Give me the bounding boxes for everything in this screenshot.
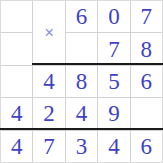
digit-cell-r4c1: 4 <box>1 98 32 129</box>
empty-cell-r1c1 <box>1 1 32 32</box>
multiplication-worksheet: ×607784856424947346 <box>0 0 163 163</box>
digit-cell-r1c3: 6 <box>66 1 97 32</box>
digit-cell-r2c4: 7 <box>98 33 129 64</box>
digit-cell-r5c3: 3 <box>66 131 97 162</box>
digit-cell-r2c5: 8 <box>131 33 162 64</box>
digit-cell-r1c5: 7 <box>131 1 162 32</box>
empty-cell-r3c1 <box>1 66 32 97</box>
digit-cell-r4c2: 2 <box>33 98 64 129</box>
digit-cell-r5c1: 4 <box>1 131 32 162</box>
digit-cell-r5c2: 7 <box>33 131 64 162</box>
empty-cell-r4c5 <box>131 98 162 129</box>
multiplication-grid: ×607784856424947346 <box>0 0 163 163</box>
digit-cell-r3c2: 4 <box>33 66 64 97</box>
multiply-operator-cell: × <box>33 1 64 65</box>
rule-under-partial-products <box>0 128 163 130</box>
empty-cell-r2c3 <box>66 33 97 64</box>
digit-cell-r3c4: 5 <box>98 66 129 97</box>
digit-cell-r4c3: 4 <box>66 98 97 129</box>
rule-under-multiplier <box>32 63 163 65</box>
digit-cell-r5c4: 4 <box>98 131 129 162</box>
digit-cell-r4c4: 9 <box>98 98 129 129</box>
digit-cell-r5c5: 6 <box>131 131 162 162</box>
digit-cell-r3c3: 8 <box>66 66 97 97</box>
digit-cell-r3c5: 6 <box>131 66 162 97</box>
empty-cell-r2c1 <box>1 33 32 64</box>
digit-cell-r1c4: 0 <box>98 1 129 32</box>
